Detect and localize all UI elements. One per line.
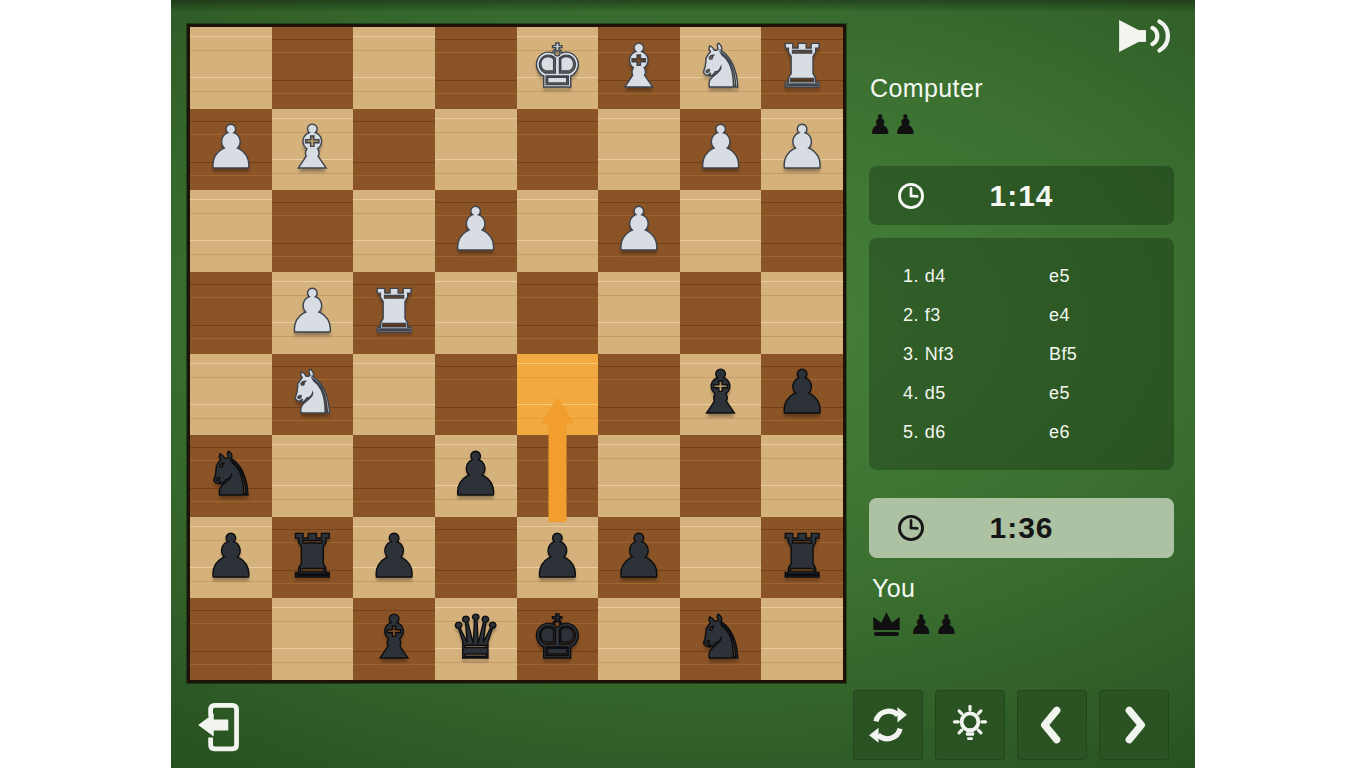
square-d5[interactable] [435, 354, 517, 436]
square-a1[interactable] [190, 27, 272, 109]
move-row-2: 2.f3e4 [869, 296, 1174, 335]
black-bishop-c8: ♝ [353, 596, 435, 678]
square-a7[interactable]: ♟ [190, 517, 272, 599]
chevron-right-icon [1113, 704, 1155, 746]
black-king-e8: ♚ [517, 596, 599, 678]
square-f2[interactable] [598, 109, 680, 191]
black-knight-g8: ♞ [680, 596, 762, 678]
square-e6[interactable] [517, 435, 599, 517]
white-rook-h1: ♜ [761, 25, 843, 107]
square-g8[interactable]: ♞ [680, 598, 762, 680]
hint-button[interactable] [935, 690, 1005, 760]
square-b3[interactable] [272, 190, 354, 272]
black-queen-d8: ♛ [435, 596, 517, 678]
white-move: d5 [925, 383, 946, 404]
move-row-1: 1.d4e5 [869, 257, 1174, 296]
captured-pieces-you: ♟♟ [868, 606, 958, 638]
black-move: Bf5 [1049, 344, 1077, 365]
square-b8[interactable] [272, 598, 354, 680]
move-number: 2. [903, 305, 919, 326]
volume-on-icon[interactable] [1117, 14, 1175, 58]
square-g2[interactable]: ♟ [680, 109, 762, 191]
square-e4[interactable] [517, 272, 599, 354]
square-f6[interactable] [598, 435, 680, 517]
square-a3[interactable] [190, 190, 272, 272]
square-a8[interactable] [190, 598, 272, 680]
move-number: 4. [903, 383, 919, 404]
white-rook-c4: ♜ [353, 270, 435, 352]
black-rook-h7: ♜ [761, 515, 843, 597]
move-row-3: 3.Nf3Bf5 [869, 335, 1174, 374]
square-h4[interactable] [761, 272, 843, 354]
white-bishop-b2: ♝ [272, 107, 354, 189]
square-e1[interactable]: ♚ [517, 27, 599, 109]
white-knight-g1: ♞ [680, 25, 762, 107]
square-g6[interactable] [680, 435, 762, 517]
white-pawn-g2: ♟ [680, 107, 762, 189]
exit-button[interactable] [191, 694, 251, 756]
white-pawn-h2: ♟ [761, 107, 843, 189]
white-bishop-f1: ♝ [598, 25, 680, 107]
square-f8[interactable] [598, 598, 680, 680]
black-move: e5 [1049, 266, 1070, 287]
control-bar [853, 690, 1169, 760]
square-g7[interactable] [680, 517, 762, 599]
square-b7[interactable]: ♜ [272, 517, 354, 599]
white-move: d6 [925, 422, 946, 443]
clock-you: 1:36 [869, 498, 1174, 558]
captured-pawn-icon: ♟ [934, 611, 958, 638]
square-f5[interactable] [598, 354, 680, 436]
square-h3[interactable] [761, 190, 843, 272]
white-move: d4 [925, 266, 946, 287]
black-bishop-g5: ♝ [680, 352, 762, 434]
redo-forward-button[interactable] [1099, 690, 1169, 760]
square-b1[interactable] [272, 27, 354, 109]
white-king-e1: ♚ [517, 25, 599, 107]
exit-door-arrow-icon [196, 697, 246, 753]
square-a4[interactable] [190, 272, 272, 354]
square-d8[interactable]: ♛ [435, 598, 517, 680]
move-row-4: 4.d5e5 [869, 374, 1174, 413]
captured-queen-icon [868, 609, 905, 638]
restart-button[interactable] [853, 690, 923, 760]
white-pawn-f3: ♟ [598, 188, 680, 270]
white-move: f3 [925, 305, 941, 326]
game-canvas: ♚♝♞♜♟♝♟♟♟♟♟♜♞♝♟♞♟♟♜♟♟♟♜♝♛♚♞ Computer ♟♟ … [171, 0, 1195, 768]
white-pawn-a2: ♟ [190, 107, 272, 189]
square-h8[interactable] [761, 598, 843, 680]
black-move: e4 [1049, 305, 1070, 326]
square-h1[interactable]: ♜ [761, 27, 843, 109]
square-d2[interactable] [435, 109, 517, 191]
square-a2[interactable]: ♟ [190, 109, 272, 191]
square-d1[interactable] [435, 27, 517, 109]
square-g1[interactable]: ♞ [680, 27, 762, 109]
square-b4[interactable]: ♟ [272, 272, 354, 354]
square-a5[interactable] [190, 354, 272, 436]
square-g5[interactable]: ♝ [680, 354, 762, 436]
move-number: 3. [903, 344, 919, 365]
square-h5[interactable]: ♟ [761, 354, 843, 436]
white-move: Nf3 [925, 344, 954, 365]
square-c8[interactable]: ♝ [353, 598, 435, 680]
white-knight-b5: ♞ [272, 352, 354, 434]
square-h6[interactable] [761, 435, 843, 517]
square-f1[interactable]: ♝ [598, 27, 680, 109]
black-knight-a6: ♞ [190, 433, 272, 515]
square-e3[interactable] [517, 190, 599, 272]
square-c7[interactable]: ♟ [353, 517, 435, 599]
move-row-5: 5.d6e6 [869, 413, 1174, 452]
square-c5[interactable] [353, 354, 435, 436]
square-g3[interactable] [680, 190, 762, 272]
square-f7[interactable]: ♟ [598, 517, 680, 599]
player-name-you: You [872, 574, 915, 603]
black-pawn-a7: ♟ [190, 515, 272, 597]
chess-board: ♚♝♞♜♟♝♟♟♟♟♟♜♞♝♟♞♟♟♜♟♟♟♜♝♛♚♞ [187, 24, 846, 683]
square-h2[interactable]: ♟ [761, 109, 843, 191]
black-pawn-c7: ♟ [353, 515, 435, 597]
square-d3[interactable]: ♟ [435, 190, 517, 272]
white-pawn-b4: ♟ [272, 270, 354, 352]
square-e7[interactable]: ♟ [517, 517, 599, 599]
letterbox-right [1195, 0, 1366, 768]
black-move: e6 [1049, 422, 1070, 443]
white-pawn-d3: ♟ [435, 188, 517, 270]
square-c6[interactable] [353, 435, 435, 517]
square-b6[interactable] [272, 435, 354, 517]
move-list: 1.d4e52.f3e43.Nf3Bf54.d5e55.d6e6 [869, 238, 1174, 470]
square-b5[interactable]: ♞ [272, 354, 354, 436]
clock-computer: 1:14 [869, 166, 1174, 225]
black-pawn-h5: ♟ [761, 352, 843, 434]
square-c2[interactable] [353, 109, 435, 191]
square-g4[interactable] [680, 272, 762, 354]
square-a6[interactable]: ♞ [190, 435, 272, 517]
square-c3[interactable] [353, 190, 435, 272]
undo-back-button[interactable] [1017, 690, 1087, 760]
square-d7[interactable] [435, 517, 517, 599]
restart-icon [867, 704, 909, 746]
square-f4[interactable] [598, 272, 680, 354]
square-e8[interactable]: ♚ [517, 598, 599, 680]
black-pawn-e7: ♟ [517, 515, 599, 597]
captured-pawn-icon: ♟ [909, 611, 933, 638]
square-c4[interactable]: ♜ [353, 272, 435, 354]
square-e5[interactable] [517, 354, 599, 436]
chevron-left-icon [1031, 704, 1073, 746]
hint-lightbulb-icon [949, 704, 991, 746]
player-name-computer: Computer [870, 74, 983, 103]
move-number: 1. [903, 266, 919, 287]
square-b2[interactable]: ♝ [272, 109, 354, 191]
clock-time-computer: 1:14 [869, 179, 1174, 213]
square-d4[interactable] [435, 272, 517, 354]
square-f3[interactable]: ♟ [598, 190, 680, 272]
square-h7[interactable]: ♜ [761, 517, 843, 599]
letterbox-left [0, 0, 171, 768]
black-rook-b7: ♜ [272, 515, 354, 597]
black-move: e5 [1049, 383, 1070, 404]
move-number: 5. [903, 422, 919, 443]
clock-time-you: 1:36 [869, 511, 1174, 545]
captured-pawn-icon: ♟ [868, 111, 892, 138]
square-e2[interactable] [517, 109, 599, 191]
black-pawn-f7: ♟ [598, 515, 680, 597]
black-pawn-d6: ♟ [435, 433, 517, 515]
square-d6[interactable]: ♟ [435, 435, 517, 517]
captured-pieces-computer: ♟♟ [868, 106, 917, 138]
square-c1[interactable] [353, 27, 435, 109]
captured-pawn-icon: ♟ [893, 111, 917, 138]
